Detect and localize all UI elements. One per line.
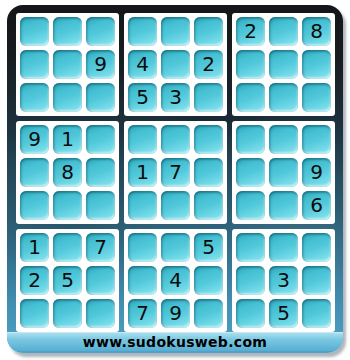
cell-r8c3[interactable] bbox=[86, 266, 115, 295]
given-digit: 6 bbox=[310, 195, 323, 215]
given-digit: 7 bbox=[169, 162, 182, 182]
given-digit: 1 bbox=[136, 162, 149, 182]
cell-r6c4[interactable] bbox=[128, 191, 157, 220]
cell-r1c2[interactable] bbox=[53, 17, 82, 46]
given-digit: 5 bbox=[277, 303, 290, 323]
cell-r8c2[interactable]: 5 bbox=[53, 266, 82, 295]
cell-r2c3[interactable]: 9 bbox=[86, 50, 115, 79]
cell-r4c9[interactable] bbox=[302, 125, 331, 154]
given-digit: 4 bbox=[169, 270, 182, 290]
cell-r3c6[interactable] bbox=[194, 83, 223, 112]
cell-r5c8[interactable] bbox=[269, 158, 298, 187]
given-digit: 3 bbox=[277, 270, 290, 290]
cell-r6c8[interactable] bbox=[269, 191, 298, 220]
cell-r9c5[interactable]: 9 bbox=[161, 299, 190, 328]
cell-r9c6[interactable] bbox=[194, 299, 223, 328]
site-url-link[interactable]: www.sudokusweb.com bbox=[83, 334, 267, 350]
footer-band: www.sudokusweb.com bbox=[7, 332, 343, 351]
sudoku-page: 942532891817961725547935 www.sudokusweb.… bbox=[0, 0, 350, 360]
box-1-2: 4253 bbox=[124, 13, 227, 116]
cell-r4c8[interactable] bbox=[269, 125, 298, 154]
cell-r5c4[interactable]: 1 bbox=[128, 158, 157, 187]
cell-r4c4[interactable] bbox=[128, 125, 157, 154]
cell-r7c9[interactable] bbox=[302, 233, 331, 262]
cell-r3c2[interactable] bbox=[53, 83, 82, 112]
cell-r3c7[interactable] bbox=[236, 83, 265, 112]
cell-r2c7[interactable] bbox=[236, 50, 265, 79]
given-digit: 4 bbox=[136, 54, 149, 74]
cell-r9c9[interactable] bbox=[302, 299, 331, 328]
given-digit: 8 bbox=[61, 162, 74, 182]
cell-r8c7[interactable] bbox=[236, 266, 265, 295]
cell-r3c3[interactable] bbox=[86, 83, 115, 112]
given-digit: 5 bbox=[202, 237, 215, 257]
cell-r2c1[interactable] bbox=[20, 50, 49, 79]
cell-r1c1[interactable] bbox=[20, 17, 49, 46]
cell-r4c7[interactable] bbox=[236, 125, 265, 154]
cell-r3c8[interactable] bbox=[269, 83, 298, 112]
given-digit: 7 bbox=[94, 237, 107, 257]
cell-r8c6[interactable] bbox=[194, 266, 223, 295]
cell-r6c1[interactable] bbox=[20, 191, 49, 220]
cell-r1c8[interactable] bbox=[269, 17, 298, 46]
cell-r5c5[interactable]: 7 bbox=[161, 158, 190, 187]
given-digit: 1 bbox=[28, 237, 41, 257]
cell-r5c1[interactable] bbox=[20, 158, 49, 187]
cell-r8c1[interactable]: 2 bbox=[20, 266, 49, 295]
cell-r6c5[interactable] bbox=[161, 191, 190, 220]
board-frame: 942532891817961725547935 www.sudokusweb.… bbox=[7, 5, 343, 353]
box-3-3: 35 bbox=[232, 229, 335, 332]
given-digit: 5 bbox=[136, 87, 149, 107]
cell-r7c5[interactable] bbox=[161, 233, 190, 262]
cell-r7c3[interactable]: 7 bbox=[86, 233, 115, 262]
box-1-3: 28 bbox=[232, 13, 335, 116]
box-2-3: 96 bbox=[232, 121, 335, 224]
given-digit: 2 bbox=[202, 54, 215, 74]
cell-r5c9[interactable]: 9 bbox=[302, 158, 331, 187]
cell-r9c2[interactable] bbox=[53, 299, 82, 328]
cell-r7c4[interactable] bbox=[128, 233, 157, 262]
cell-r7c2[interactable] bbox=[53, 233, 82, 262]
cell-r9c1[interactable] bbox=[20, 299, 49, 328]
cell-r8c8[interactable]: 3 bbox=[269, 266, 298, 295]
cell-r6c6[interactable] bbox=[194, 191, 223, 220]
given-digit: 9 bbox=[94, 54, 107, 74]
cell-r5c7[interactable] bbox=[236, 158, 265, 187]
given-digit: 9 bbox=[310, 162, 323, 182]
given-digit: 9 bbox=[169, 303, 182, 323]
given-digit: 9 bbox=[28, 129, 41, 149]
cell-r3c4[interactable]: 5 bbox=[128, 83, 157, 112]
cell-r1c3[interactable] bbox=[86, 17, 115, 46]
cell-r7c7[interactable] bbox=[236, 233, 265, 262]
cell-r9c4[interactable]: 7 bbox=[128, 299, 157, 328]
box-3-1: 1725 bbox=[16, 229, 119, 332]
cell-r1c6[interactable] bbox=[194, 17, 223, 46]
cell-r8c4[interactable] bbox=[128, 266, 157, 295]
given-digit: 1 bbox=[61, 129, 74, 149]
cell-r4c5[interactable] bbox=[161, 125, 190, 154]
cell-r9c3[interactable] bbox=[86, 299, 115, 328]
cell-r3c1[interactable] bbox=[20, 83, 49, 112]
cell-r2c8[interactable] bbox=[269, 50, 298, 79]
cell-r8c9[interactable] bbox=[302, 266, 331, 295]
given-digit: 3 bbox=[169, 87, 182, 107]
cell-r6c3[interactable] bbox=[86, 191, 115, 220]
cell-r5c3[interactable] bbox=[86, 158, 115, 187]
cell-r2c6[interactable]: 2 bbox=[194, 50, 223, 79]
cell-r2c4[interactable]: 4 bbox=[128, 50, 157, 79]
cell-r1c4[interactable] bbox=[128, 17, 157, 46]
cell-r7c1[interactable]: 1 bbox=[20, 233, 49, 262]
cell-r4c2[interactable]: 1 bbox=[53, 125, 82, 154]
cell-r9c7[interactable] bbox=[236, 299, 265, 328]
cell-r5c2[interactable]: 8 bbox=[53, 158, 82, 187]
given-digit: 8 bbox=[310, 21, 323, 41]
given-digit: 2 bbox=[28, 270, 41, 290]
box-1-1: 9 bbox=[16, 13, 119, 116]
cell-r6c7[interactable] bbox=[236, 191, 265, 220]
box-3-2: 5479 bbox=[124, 229, 227, 332]
sudoku-board: 942532891817961725547935 bbox=[16, 13, 335, 332]
given-digit: 7 bbox=[136, 303, 149, 323]
cell-r6c9[interactable]: 6 bbox=[302, 191, 331, 220]
cell-r4c3[interactable] bbox=[86, 125, 115, 154]
box-2-1: 918 bbox=[16, 121, 119, 224]
cell-r3c5[interactable]: 3 bbox=[161, 83, 190, 112]
box-2-2: 17 bbox=[124, 121, 227, 224]
cell-r1c5[interactable] bbox=[161, 17, 190, 46]
cell-r4c1[interactable]: 9 bbox=[20, 125, 49, 154]
cell-r9c8[interactable]: 5 bbox=[269, 299, 298, 328]
cell-r1c7[interactable]: 2 bbox=[236, 17, 265, 46]
given-digit: 5 bbox=[61, 270, 74, 290]
cell-r1c9[interactable]: 8 bbox=[302, 17, 331, 46]
cell-r6c2[interactable] bbox=[53, 191, 82, 220]
cell-r5c6[interactable] bbox=[194, 158, 223, 187]
cell-r7c8[interactable] bbox=[269, 233, 298, 262]
cell-r2c9[interactable] bbox=[302, 50, 331, 79]
cell-r2c5[interactable] bbox=[161, 50, 190, 79]
cell-r2c2[interactable] bbox=[53, 50, 82, 79]
cell-r7c6[interactable]: 5 bbox=[194, 233, 223, 262]
cell-r8c5[interactable]: 4 bbox=[161, 266, 190, 295]
cell-r3c9[interactable] bbox=[302, 83, 331, 112]
given-digit: 2 bbox=[244, 21, 257, 41]
cell-r4c6[interactable] bbox=[194, 125, 223, 154]
